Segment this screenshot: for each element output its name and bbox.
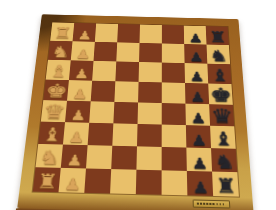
square-a8[interactable]: ♜ (212, 172, 239, 197)
square-d7[interactable]: ♟ (185, 104, 210, 126)
brand-plaque (193, 199, 231, 208)
square-b1[interactable]: ♞ (36, 144, 63, 168)
white-rook-h1: ♜ (52, 20, 71, 41)
square-f6[interactable] (162, 63, 185, 83)
board-grid: ♜♟♟♜♞♟♟♞♝♟♟♝♚♟♟♚♛♟♟♛♝♟♟♝♞♟♟♞♜♟♟♜ (33, 22, 239, 196)
square-a1[interactable]: ♜ (33, 167, 61, 192)
square-h6[interactable] (162, 25, 184, 44)
square-d3[interactable] (89, 101, 114, 123)
square-a5[interactable] (136, 170, 162, 195)
square-d2[interactable]: ♟ (65, 101, 91, 123)
black-pawn-g7: ♟ (189, 47, 204, 64)
board-frame: ♜♟♟♜♞♟♟♞♝♟♟♝♚♟♟♚♛♟♟♛♝♟♟♝♞♟♟♞♜♟♟♜ (17, 14, 253, 210)
square-d8[interactable]: ♛ (209, 104, 234, 126)
white-pawn-h2: ♟ (76, 25, 91, 41)
square-g5[interactable] (139, 43, 162, 63)
square-e7[interactable]: ♟ (185, 83, 209, 104)
square-c1[interactable]: ♝ (38, 122, 65, 145)
square-b5[interactable] (136, 146, 161, 170)
square-f7[interactable]: ♟ (185, 63, 209, 83)
square-c8[interactable]: ♝ (210, 126, 236, 149)
black-pawn-b7: ♟ (191, 153, 208, 172)
square-g6[interactable] (162, 43, 185, 63)
photo-background: ♜♟♟♜♞♟♟♞♝♟♟♝♚♟♟♚♛♟♟♛♝♟♟♝♞♟♟♞♜♟♟♜ (0, 0, 276, 210)
square-b2[interactable]: ♟ (61, 145, 88, 169)
black-pawn-c7: ♟ (191, 130, 207, 148)
black-queen-d8: ♛ (211, 101, 234, 127)
white-queen-d1: ♛ (42, 96, 65, 122)
square-h2[interactable]: ♟ (73, 23, 97, 42)
square-e2[interactable]: ♟ (67, 80, 92, 101)
square-f8[interactable]: ♝ (207, 64, 231, 84)
white-king-e1: ♚ (44, 76, 67, 101)
black-pawn-d7: ♟ (190, 108, 206, 126)
black-rook-a8: ♜ (215, 172, 237, 196)
black-pawn-e7: ♟ (190, 87, 206, 104)
square-e3[interactable] (91, 81, 116, 102)
white-pawn-d2: ♟ (69, 105, 85, 123)
square-g2[interactable]: ♟ (71, 41, 95, 61)
square-b4[interactable] (111, 146, 137, 170)
square-g7[interactable]: ♟ (184, 44, 207, 64)
square-d4[interactable] (113, 102, 138, 124)
black-pawn-h7: ♟ (188, 28, 203, 44)
square-g4[interactable] (116, 42, 139, 62)
square-b8[interactable]: ♞ (211, 148, 237, 172)
square-f4[interactable] (115, 61, 139, 81)
black-pawn-a7: ♟ (192, 177, 209, 196)
square-a3[interactable] (84, 168, 111, 193)
square-g8[interactable]: ♞ (207, 45, 231, 65)
square-c5[interactable] (137, 124, 162, 147)
square-a2[interactable]: ♟ (59, 168, 86, 193)
square-c7[interactable]: ♟ (186, 125, 211, 148)
chess-board: ♜♟♟♜♞♟♟♞♝♟♟♝♚♟♟♚♛♟♟♛♝♟♟♝♞♟♟♞♜♟♟♜ (17, 14, 253, 210)
white-pawn-f2: ♟ (73, 64, 88, 81)
black-bishop-c8: ♝ (213, 126, 234, 149)
square-b6[interactable] (162, 147, 187, 171)
square-c2[interactable]: ♟ (63, 122, 89, 145)
square-d5[interactable] (138, 102, 162, 124)
white-knight-b1: ♞ (38, 144, 59, 168)
square-d1[interactable]: ♛ (41, 100, 67, 122)
square-f3[interactable] (92, 61, 116, 81)
square-c6[interactable] (162, 125, 187, 148)
black-king-e8: ♚ (210, 80, 233, 105)
square-h5[interactable] (140, 25, 162, 44)
white-pawn-b2: ♟ (65, 150, 82, 169)
square-h8[interactable]: ♜ (206, 26, 229, 45)
white-bishop-c1: ♝ (40, 121, 61, 144)
square-e1[interactable]: ♚ (43, 80, 69, 101)
square-c3[interactable] (88, 123, 114, 146)
black-knight-b8: ♞ (214, 148, 235, 172)
square-f2[interactable]: ♟ (69, 60, 94, 80)
white-pawn-g2: ♟ (75, 44, 90, 61)
square-e4[interactable] (114, 81, 138, 102)
brand-plaque-text (197, 203, 226, 206)
square-g1[interactable]: ♞ (48, 41, 73, 61)
square-b3[interactable] (86, 145, 112, 169)
white-knight-g1: ♞ (50, 39, 69, 60)
square-d6[interactable] (162, 103, 186, 125)
square-h3[interactable] (95, 23, 118, 42)
square-h4[interactable] (117, 24, 140, 43)
black-pawn-f7: ♟ (189, 66, 204, 83)
square-g3[interactable] (94, 42, 118, 62)
square-h7[interactable]: ♟ (184, 26, 207, 45)
white-pawn-c2: ♟ (67, 127, 83, 145)
white-rook-a1: ♜ (35, 168, 57, 192)
white-bishop-f1: ♝ (48, 58, 68, 80)
black-bishop-f8: ♝ (210, 62, 230, 84)
square-a4[interactable] (110, 169, 136, 194)
square-f5[interactable] (139, 62, 162, 82)
square-a6[interactable] (162, 170, 188, 195)
square-b7[interactable]: ♟ (186, 148, 212, 172)
square-e8[interactable]: ♚ (208, 84, 233, 105)
white-pawn-e2: ♟ (71, 84, 87, 101)
square-h1[interactable]: ♜ (50, 22, 74, 41)
square-a7[interactable]: ♟ (187, 171, 213, 196)
square-f1[interactable]: ♝ (46, 60, 71, 80)
white-pawn-a2: ♟ (63, 174, 80, 193)
black-knight-g8: ♞ (209, 43, 228, 64)
square-e6[interactable] (162, 82, 186, 103)
square-e5[interactable] (138, 82, 162, 103)
black-rook-h8: ♜ (208, 24, 227, 45)
square-c4[interactable] (112, 123, 137, 146)
